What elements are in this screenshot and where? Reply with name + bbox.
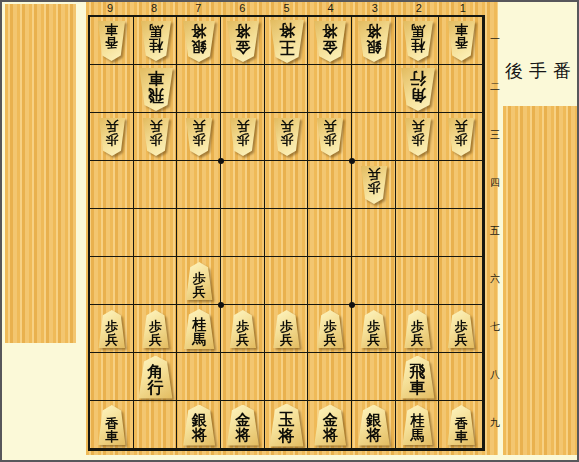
piece-gote-knight[interactable]: 桂馬 (140, 21, 172, 61)
piece-kanji: 歩兵 (280, 320, 293, 347)
board-cell-9-4[interactable] (90, 161, 134, 209)
board-cell-2-5[interactable] (396, 209, 440, 257)
board-cell-7-4[interactable] (177, 161, 221, 209)
piece-sente-knight[interactable]: 桂馬 (183, 309, 215, 349)
rank-labels: 一二三四五六七八九 (489, 15, 501, 447)
board-cell-4-4[interactable] (308, 161, 352, 209)
piece-sente-pawn[interactable]: 歩兵 (360, 310, 388, 348)
board-cell-1-8[interactable] (439, 353, 483, 401)
piece-sente-lance[interactable]: 香車 (97, 405, 126, 445)
file-label-8: 8 (132, 2, 176, 15)
piece-kanji: 香車 (105, 23, 118, 50)
hoshi-dot (349, 158, 355, 164)
piece-sente-rook[interactable]: 飛車 (400, 356, 436, 399)
board-cell-4-5[interactable] (308, 209, 352, 257)
board-cell-5-4[interactable] (265, 161, 309, 209)
file-label-7: 7 (176, 2, 220, 15)
piece-gote-rook[interactable]: 飛車 (138, 68, 174, 111)
piece-sente-pawn[interactable]: 歩兵 (185, 262, 213, 300)
board-cell-9-2[interactable] (90, 65, 134, 113)
piece-kanji: 歩兵 (193, 272, 206, 299)
hoshi-dot (218, 302, 224, 308)
piece-sente-king[interactable]: 玉将 (269, 404, 305, 447)
piece-kanji: 王将 (279, 22, 295, 55)
piece-kanji: 銀将 (192, 413, 207, 444)
piece-kanji: 歩兵 (367, 320, 380, 347)
rank-label-5: 五 (489, 207, 501, 255)
piece-kanji: 香車 (455, 23, 468, 50)
piece-sente-gold[interactable]: 金将 (313, 405, 347, 446)
board-cell-6-5[interactable] (221, 209, 265, 257)
piece-kanji: 金将 (323, 413, 338, 444)
rank-label-7: 七 (489, 303, 501, 351)
piece-gote-pawn[interactable]: 歩兵 (98, 118, 126, 156)
piece-kanji: 歩兵 (193, 120, 206, 147)
shogi-board-area: 987654321 香車桂馬銀将金将王将金将銀将桂馬香車飛車角行歩兵歩兵歩兵歩兵… (86, 2, 498, 455)
file-label-9: 9 (88, 2, 132, 15)
board-cell-8-5[interactable] (134, 209, 178, 257)
file-label-6: 6 (220, 2, 264, 15)
board-cell-9-8[interactable] (90, 353, 134, 401)
board-cell-9-6[interactable] (90, 257, 134, 305)
piece-gote-bishop[interactable]: 角行 (400, 68, 436, 111)
piece-sente-pawn[interactable]: 歩兵 (273, 310, 301, 348)
piece-gote-pawn[interactable]: 歩兵 (185, 118, 213, 156)
rank-label-2: 二 (489, 63, 501, 111)
piece-kanji: 飛車 (148, 70, 164, 103)
piece-sente-pawn[interactable]: 歩兵 (316, 310, 344, 348)
piece-gote-lance[interactable]: 香車 (97, 21, 126, 61)
piece-kanji: 歩兵 (455, 320, 468, 347)
piece-sente-pawn[interactable]: 歩兵 (229, 310, 257, 348)
board-cell-7-5[interactable] (177, 209, 221, 257)
piece-kanji: 金将 (235, 23, 250, 54)
piece-kanji: 歩兵 (149, 120, 162, 147)
board-cell-3-6[interactable] (352, 257, 396, 305)
file-label-3: 3 (353, 2, 397, 15)
piece-kanji: 金将 (235, 413, 250, 444)
piece-gote-pawn[interactable]: 歩兵 (273, 118, 301, 156)
piece-sente-knight[interactable]: 桂馬 (402, 405, 434, 445)
board-cell-5-6[interactable] (265, 257, 309, 305)
piece-gote-king[interactable]: 王将 (269, 20, 305, 63)
hoshi-dot (218, 158, 224, 164)
piece-kanji: 角行 (148, 364, 164, 397)
piece-gote-gold[interactable]: 金将 (226, 21, 260, 62)
piece-kanji: 桂馬 (411, 414, 425, 443)
piece-kanji: 歩兵 (236, 320, 249, 347)
board-cell-2-4[interactable] (396, 161, 440, 209)
board-cell-5-8[interactable] (265, 353, 309, 401)
piece-kanji: 銀将 (366, 23, 381, 54)
piece-sente-silver[interactable]: 銀将 (357, 405, 391, 446)
piece-gote-knight[interactable]: 桂馬 (402, 21, 434, 61)
piece-gote-pawn[interactable]: 歩兵 (316, 118, 344, 156)
piece-kanji: 歩兵 (367, 168, 380, 195)
piece-kanji: 銀将 (366, 413, 381, 444)
board-cell-3-8[interactable] (352, 353, 396, 401)
piece-kanji: 桂馬 (149, 23, 163, 52)
file-label-2: 2 (397, 2, 441, 15)
piece-sente-silver[interactable]: 銀将 (182, 405, 216, 446)
piece-sente-gold[interactable]: 金将 (226, 405, 260, 446)
rank-label-6: 六 (489, 255, 501, 303)
board-cell-1-2[interactable] (439, 65, 483, 113)
rank-label-1: 一 (489, 15, 501, 63)
file-label-1: 1 (441, 2, 485, 15)
board-cell-4-6[interactable] (308, 257, 352, 305)
piece-sente-pawn[interactable]: 歩兵 (142, 310, 170, 348)
board-cell-6-8[interactable] (221, 353, 265, 401)
board-cell-4-2[interactable] (308, 65, 352, 113)
piece-kanji: 角行 (410, 70, 426, 103)
piece-kanji: 歩兵 (105, 320, 118, 347)
piece-kanji: 玉将 (279, 412, 295, 445)
piece-kanji: 歩兵 (324, 120, 337, 147)
board-cell-2-6[interactable] (396, 257, 440, 305)
piece-kanji: 歩兵 (411, 320, 424, 347)
piece-kanji: 桂馬 (411, 23, 425, 52)
sente-komadai (5, 4, 76, 343)
board-cell-4-8[interactable] (308, 353, 352, 401)
board-cell-7-2[interactable] (177, 65, 221, 113)
board-cell-6-2[interactable] (221, 65, 265, 113)
piece-kanji: 金将 (323, 23, 338, 54)
rank-label-9: 九 (489, 399, 501, 447)
piece-kanji: 歩兵 (455, 120, 468, 147)
board-cell-5-2[interactable] (265, 65, 309, 113)
board-cell-6-6[interactable] (221, 257, 265, 305)
piece-sente-pawn[interactable]: 歩兵 (447, 310, 475, 348)
piece-kanji: 歩兵 (236, 120, 249, 147)
piece-kanji: 桂馬 (192, 318, 206, 347)
board-cell-1-6[interactable] (439, 257, 483, 305)
piece-sente-pawn[interactable]: 歩兵 (404, 310, 432, 348)
piece-kanji: 歩兵 (105, 120, 118, 147)
board-cell-3-3[interactable] (352, 113, 396, 161)
board-cell-3-2[interactable] (352, 65, 396, 113)
piece-gote-silver[interactable]: 銀将 (182, 21, 216, 62)
piece-gote-lance[interactable]: 香車 (447, 21, 476, 61)
board-cell-7-8[interactable] (177, 353, 221, 401)
piece-kanji: 飛車 (410, 364, 426, 397)
piece-sente-lance[interactable]: 香車 (447, 405, 476, 445)
board-cell-1-4[interactable] (439, 161, 483, 209)
piece-kanji: 香車 (105, 417, 118, 444)
file-labels: 987654321 (88, 2, 485, 15)
turn-indicator: 後手番 (505, 59, 577, 83)
piece-gote-pawn[interactable]: 歩兵 (404, 118, 432, 156)
piece-sente-pawn[interactable]: 歩兵 (98, 310, 126, 348)
rank-label-4: 四 (489, 159, 501, 207)
hoshi-dot (349, 302, 355, 308)
piece-gote-silver[interactable]: 銀将 (357, 21, 391, 62)
piece-gote-gold[interactable]: 金将 (313, 21, 347, 62)
piece-gote-pawn[interactable]: 歩兵 (360, 166, 388, 204)
piece-kanji: 歩兵 (280, 120, 293, 147)
board-cell-6-4[interactable] (221, 161, 265, 209)
gote-komadai (503, 106, 577, 455)
board-cell-3-5[interactable] (352, 209, 396, 257)
piece-sente-bishop[interactable]: 角行 (138, 356, 174, 399)
rank-label-8: 八 (489, 351, 501, 399)
board-cell-1-5[interactable] (439, 209, 483, 257)
piece-kanji: 歩兵 (149, 320, 162, 347)
piece-kanji: 歩兵 (324, 320, 337, 347)
shogi-board[interactable]: 香車桂馬銀将金将王将金将銀将桂馬香車飛車角行歩兵歩兵歩兵歩兵歩兵歩兵歩兵歩兵歩兵… (88, 15, 485, 451)
board-cell-8-4[interactable] (134, 161, 178, 209)
rank-label-3: 三 (489, 111, 501, 159)
piece-kanji: 銀将 (192, 23, 207, 54)
shogi-diagram: 987654321 香車桂馬銀将金将王将金将銀将桂馬香車飛車角行歩兵歩兵歩兵歩兵… (0, 0, 579, 462)
piece-kanji: 香車 (455, 417, 468, 444)
file-label-4: 4 (309, 2, 353, 15)
board-cell-9-5[interactable] (90, 209, 134, 257)
file-label-5: 5 (264, 2, 308, 15)
piece-gote-pawn[interactable]: 歩兵 (229, 118, 257, 156)
piece-gote-pawn[interactable]: 歩兵 (142, 118, 170, 156)
piece-gote-pawn[interactable]: 歩兵 (447, 118, 475, 156)
board-cell-5-5[interactable] (265, 209, 309, 257)
board-cell-8-9[interactable] (134, 401, 178, 449)
piece-kanji: 歩兵 (411, 120, 424, 147)
board-cell-8-6[interactable] (134, 257, 178, 305)
